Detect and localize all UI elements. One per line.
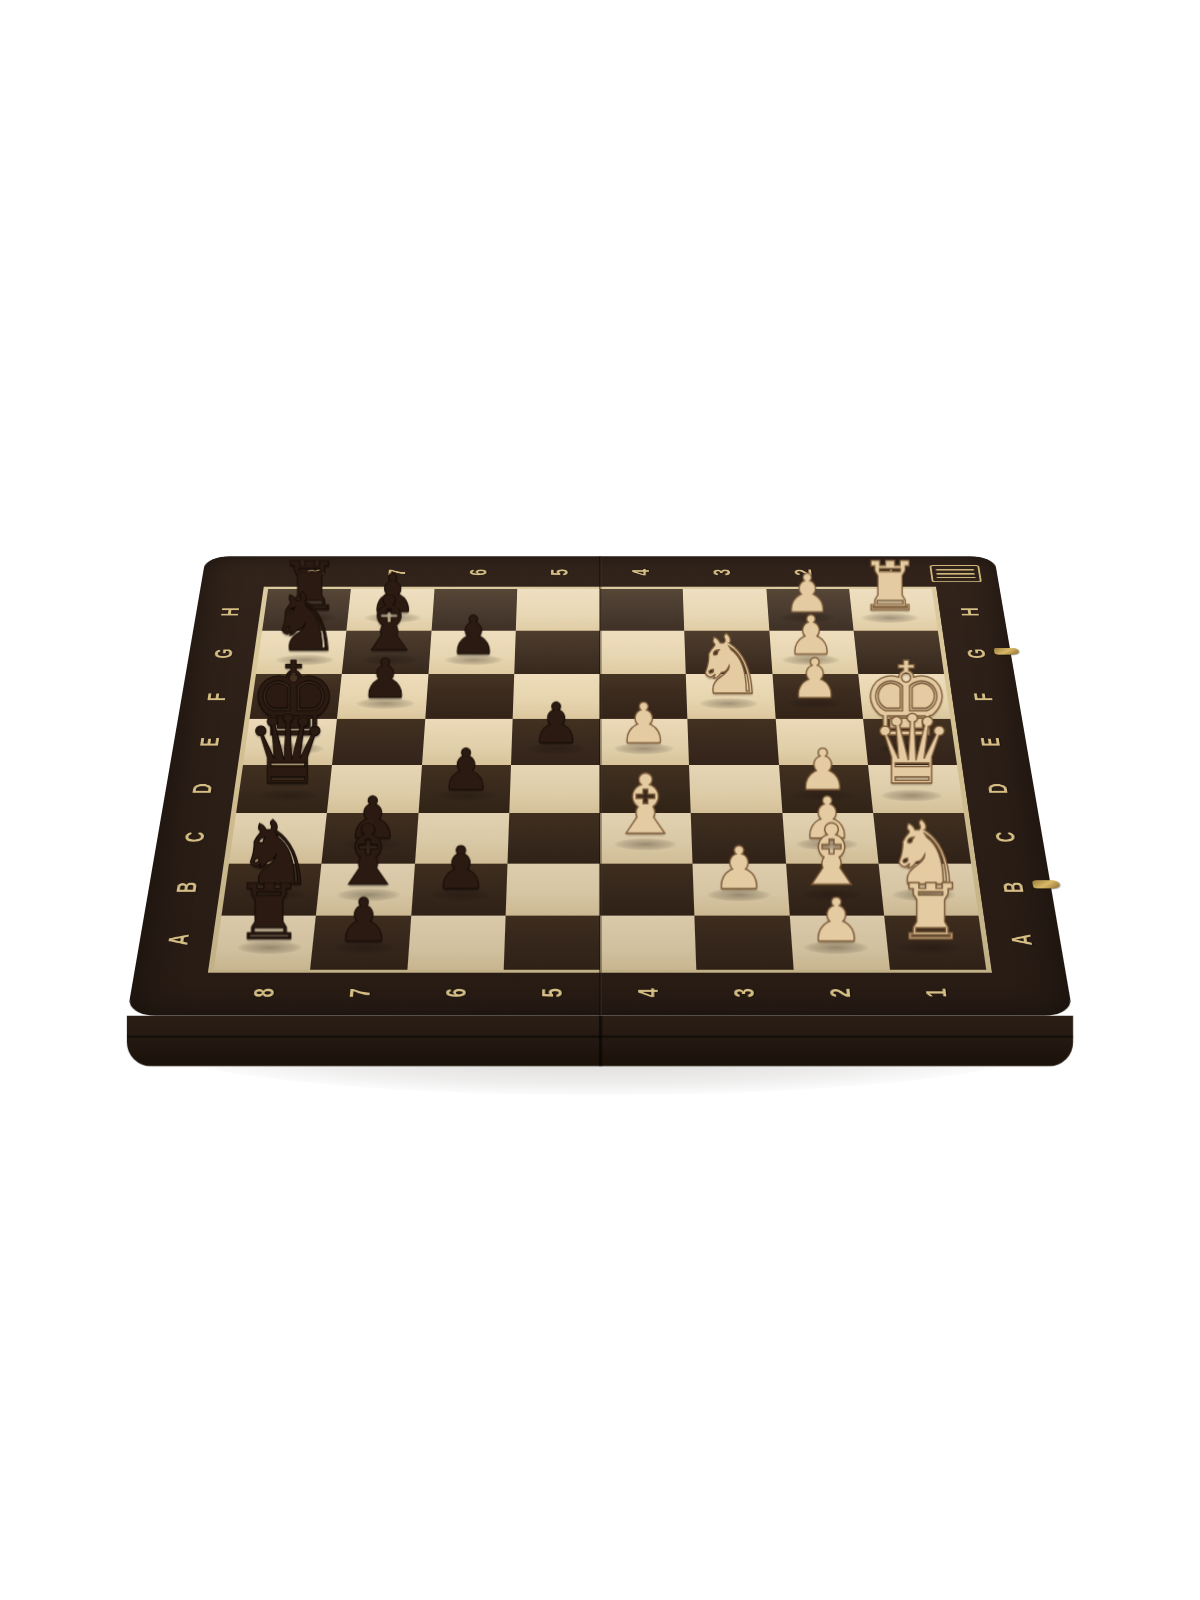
black-pawn-icon: ♟ [435,839,488,898]
white-pawn-icon: ♟ [619,696,669,752]
black-rook-icon: ♜ [234,873,303,950]
board-scene: 8765432187654321HGFEDCBAHGFEDCBA ♜♟♟♜♞♝♟… [170,335,1030,1195]
brand-logo-icon [929,565,982,582]
white-pawn-icon: ♟ [790,651,839,706]
coord-top-2: 2 [791,569,816,576]
white-knight-icon: ♞ [692,624,766,706]
coord-right-E: E [977,737,1004,746]
coord-left-H: H [217,607,243,616]
white-pawn-icon: ♟ [809,890,863,950]
white-rook-icon: ♜ [860,552,921,620]
black-pawn-icon: ♟ [361,651,410,706]
black-pawn-icon: ♟ [337,890,391,950]
fold-gap-line [127,1036,1073,1038]
black-pawn-icon: ♟ [441,742,492,799]
coord-top-8: 8 [303,569,328,576]
board-front-edge [127,1016,1073,1067]
coord-right-F: F [970,693,997,701]
coord-top-7: 7 [385,569,410,576]
white-rook-icon: ♜ [896,873,965,950]
white-pawn-icon: ♟ [713,839,766,898]
photo-background: 8765432187654321HGFEDCBAHGFEDCBA ♜♟♟♜♞♝♟… [0,0,1200,1600]
coord-right-G: G [963,649,989,659]
white-bishop-icon: ♝ [608,764,682,847]
white-queen-icon: ♛ [869,703,954,798]
chess-board: 8765432187654321HGFEDCBAHGFEDCBA ♜♟♟♜♞♝♟… [127,556,1073,1016]
coord-top-1: 1 [872,569,897,576]
coord-left-F: F [203,693,230,701]
coord-left-E: E [196,737,223,746]
brass-clasp-icon [994,648,1020,655]
coord-right-H: H [957,607,983,616]
coord-top-3: 3 [710,569,734,576]
black-pawn-icon: ♟ [449,609,497,663]
black-pawn-icon: ♟ [531,696,581,752]
coord-top-4: 4 [629,569,653,576]
black-queen-icon: ♛ [245,703,330,798]
pieces-layer: ♜♟♟♜♞♝♟♟♟♞♟♚♟♟♚♛♟♟♛♟♝♟♞♝♟♟♝♞♜♟♟♜ [127,556,1073,1016]
coord-top-5: 5 [547,569,571,576]
coord-left-G: G [210,649,236,659]
coord-top-6: 6 [466,569,490,576]
fold-seam-front [599,1016,602,1067]
